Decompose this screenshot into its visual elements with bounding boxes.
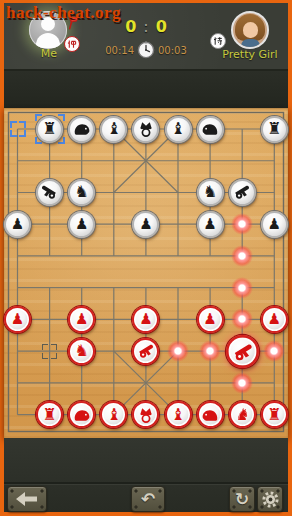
- restart-icon: ↻: [235, 491, 249, 508]
- piece-red-elephant[interactable]: [197, 401, 224, 428]
- piece-black-advisor[interactable]: ♝: [100, 116, 127, 143]
- me-name: Me: [14, 47, 84, 60]
- piece-red-elephant[interactable]: [68, 401, 95, 428]
- cannon-glyph: [132, 338, 159, 365]
- horse-glyph: ♞: [68, 338, 95, 365]
- upper-band: [4, 71, 288, 108]
- toolbar-divider: [4, 482, 288, 484]
- cannon-glyph: [36, 179, 63, 206]
- settings-button[interactable]: [257, 486, 283, 512]
- elephant-glyph: [68, 401, 95, 428]
- piece-black-pawn[interactable]: ♟: [197, 211, 224, 238]
- piece-black-cannon[interactable]: [229, 179, 256, 206]
- black-general-char-icon: [213, 36, 224, 47]
- piece-black-cannon[interactable]: [36, 179, 63, 206]
- advisor-glyph: ♝: [100, 116, 127, 143]
- move-hint-dot[interactable]: [231, 372, 253, 394]
- back-arrow-icon: [16, 492, 38, 506]
- piece-red-horse[interactable]: ♞: [68, 338, 95, 365]
- last-move-from-marker: [10, 121, 26, 137]
- king-glyph: [132, 401, 159, 428]
- undo-icon: ↶: [141, 491, 155, 508]
- piece-black-elephant[interactable]: [197, 116, 224, 143]
- girl-face: [243, 22, 258, 38]
- pawn-glyph: ♟: [68, 211, 95, 238]
- opponent-name: Pretty Girl: [215, 48, 285, 61]
- horse-glyph: ♞: [229, 401, 256, 428]
- piece-red-pawn[interactable]: ♟: [261, 306, 288, 333]
- move-hint-dot[interactable]: [167, 340, 189, 362]
- advisor-glyph: ♝: [165, 116, 192, 143]
- piece-red-king[interactable]: [132, 401, 159, 428]
- advisor-glyph: ♝: [100, 401, 127, 428]
- piece-black-rook[interactable]: ♜: [261, 116, 288, 143]
- back-button[interactable]: [7, 486, 47, 512]
- cannon-glyph: [229, 179, 256, 206]
- pawn-glyph: ♟: [261, 306, 288, 333]
- piece-red-pawn[interactable]: ♟: [197, 306, 224, 333]
- piece-black-pawn[interactable]: ♟: [261, 211, 288, 238]
- app-content: hack-cheat.org 帅 Me 0:0 00:14: [4, 3, 288, 512]
- piece-black-horse[interactable]: ♞: [197, 179, 224, 206]
- horse-glyph: ♞: [197, 179, 224, 206]
- piece-red-horse[interactable]: ♞: [229, 401, 256, 428]
- rook-glyph: ♜: [261, 401, 288, 428]
- elephant-glyph: [197, 116, 224, 143]
- rook-glyph: ♜: [36, 116, 63, 143]
- piece-red-pawn[interactable]: ♟: [132, 306, 159, 333]
- piece-black-king[interactable]: [132, 116, 159, 143]
- rook-glyph: ♜: [261, 116, 288, 143]
- opponent-avatar[interactable]: [231, 11, 269, 49]
- rook-glyph: ♜: [36, 401, 63, 428]
- me-timer: 00:14: [90, 45, 134, 56]
- pawn-glyph: ♟: [68, 306, 95, 333]
- pawn-glyph: ♟: [132, 211, 159, 238]
- xiangqi-board[interactable]: ♜♝♝♜♞♞♟♟♟♟♟♟♟♟♟♟♞♜♝♝♞♜: [4, 108, 288, 438]
- pawn-glyph: ♟: [4, 306, 31, 333]
- piece-black-pawn[interactable]: ♟: [132, 211, 159, 238]
- gear-icon: [262, 491, 279, 508]
- pawn-glyph: ♟: [132, 306, 159, 333]
- piece-black-horse[interactable]: ♞: [68, 179, 95, 206]
- restart-button[interactable]: ↻: [229, 486, 255, 512]
- piece-red-rook[interactable]: ♜: [36, 401, 63, 428]
- elephant-glyph: [197, 401, 224, 428]
- piece-red-pawn[interactable]: ♟: [68, 306, 95, 333]
- opponent-timer: 00:03: [158, 45, 202, 56]
- pawn-glyph: ♟: [197, 306, 224, 333]
- piece-red-advisor[interactable]: ♝: [100, 401, 127, 428]
- piece-red-cannon[interactable]: [132, 338, 159, 365]
- horse-glyph: ♞: [68, 179, 95, 206]
- pawn-glyph: ♟: [4, 211, 31, 238]
- app-screen: hack-cheat.org 帅 Me 0:0 00:14: [0, 0, 292, 516]
- cannon-glyph: [226, 335, 259, 368]
- piece-black-pawn[interactable]: ♟: [68, 211, 95, 238]
- cursor-marker: [42, 344, 57, 359]
- opponent-side-badge: 将: [210, 33, 226, 49]
- pawn-glyph: ♟: [197, 211, 224, 238]
- piece-black-pawn[interactable]: ♟: [4, 211, 31, 238]
- piece-red-pawn[interactable]: ♟: [4, 306, 31, 333]
- king-glyph: [132, 116, 159, 143]
- watermark: hack-cheat.org: [6, 3, 121, 23]
- piece-red-rook[interactable]: ♜: [261, 401, 288, 428]
- pawn-glyph: ♟: [261, 211, 288, 238]
- piece-black-rook[interactable]: ♜: [36, 116, 63, 143]
- clock-icon: [137, 41, 155, 59]
- advisor-glyph: ♝: [165, 401, 192, 428]
- piece-black-advisor[interactable]: ♝: [165, 116, 192, 143]
- move-hint-dot[interactable]: [231, 277, 253, 299]
- piece-red-advisor[interactable]: ♝: [165, 401, 192, 428]
- undo-button[interactable]: ↶: [131, 486, 165, 512]
- elephant-glyph: [68, 116, 95, 143]
- move-hint-dot[interactable]: [231, 245, 253, 267]
- piece-black-elephant[interactable]: [68, 116, 95, 143]
- piece-red-cannon[interactable]: [226, 335, 259, 368]
